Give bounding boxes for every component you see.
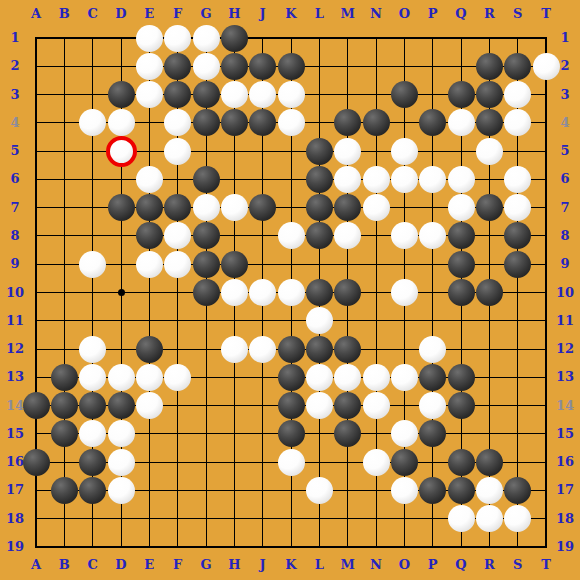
row-label-left: 1 xyxy=(3,31,27,45)
white-stone[interactable] xyxy=(164,25,191,52)
white-stone[interactable] xyxy=(136,81,163,108)
black-stone[interactable] xyxy=(278,420,305,447)
column-label-bottom: N xyxy=(367,558,385,572)
black-stone[interactable] xyxy=(136,222,163,249)
white-stone[interactable] xyxy=(193,53,220,80)
black-stone[interactable] xyxy=(51,420,78,447)
white-stone[interactable] xyxy=(306,477,333,504)
column-label-bottom: M xyxy=(339,558,357,572)
white-stone[interactable] xyxy=(193,194,220,221)
white-stone[interactable] xyxy=(391,166,418,193)
white-stone[interactable] xyxy=(136,53,163,80)
row-label-left: 9 xyxy=(3,257,27,271)
black-stone[interactable] xyxy=(448,222,475,249)
column-label-top: P xyxy=(424,7,442,21)
black-stone[interactable] xyxy=(334,336,361,363)
white-stone[interactable] xyxy=(108,364,135,391)
black-stone[interactable] xyxy=(249,194,276,221)
white-stone[interactable] xyxy=(448,109,475,136)
white-stone[interactable] xyxy=(448,505,475,532)
black-stone[interactable] xyxy=(419,477,446,504)
last-move-marker xyxy=(106,136,137,167)
white-stone[interactable] xyxy=(108,477,135,504)
white-stone[interactable] xyxy=(136,364,163,391)
row-label-left: 11 xyxy=(3,314,27,328)
row-label-right: 9 xyxy=(553,257,577,271)
row-label-right: 4 xyxy=(553,116,577,130)
row-label-right: 5 xyxy=(553,144,577,158)
white-stone[interactable] xyxy=(476,138,503,165)
column-label-top: Q xyxy=(452,7,470,21)
white-stone[interactable] xyxy=(334,222,361,249)
white-stone[interactable] xyxy=(391,364,418,391)
row-label-left: 4 xyxy=(3,116,27,130)
white-stone[interactable] xyxy=(136,25,163,52)
column-label-top: M xyxy=(339,7,357,21)
row-label-left: 3 xyxy=(3,88,27,102)
black-stone[interactable] xyxy=(249,53,276,80)
column-label-bottom: D xyxy=(112,558,130,572)
black-stone[interactable] xyxy=(476,194,503,221)
black-stone[interactable] xyxy=(448,251,475,278)
black-stone[interactable] xyxy=(79,477,106,504)
column-label-top: G xyxy=(197,7,215,21)
row-label-right: 1 xyxy=(553,31,577,45)
column-label-bottom: J xyxy=(254,558,272,572)
black-stone[interactable] xyxy=(164,53,191,80)
black-stone[interactable] xyxy=(334,392,361,419)
row-label-right: 13 xyxy=(553,370,577,384)
black-stone[interactable] xyxy=(221,25,248,52)
black-stone[interactable] xyxy=(51,477,78,504)
row-label-right: 15 xyxy=(553,427,577,441)
white-stone[interactable] xyxy=(419,336,446,363)
white-stone[interactable] xyxy=(334,364,361,391)
black-stone[interactable] xyxy=(164,81,191,108)
black-stone[interactable] xyxy=(476,81,503,108)
black-stone[interactable] xyxy=(448,364,475,391)
black-stone[interactable] xyxy=(193,166,220,193)
row-label-right: 3 xyxy=(553,88,577,102)
white-stone[interactable] xyxy=(249,336,276,363)
row-label-right: 10 xyxy=(553,286,577,300)
black-stone[interactable] xyxy=(363,109,390,136)
black-stone[interactable] xyxy=(306,222,333,249)
row-label-right: 18 xyxy=(553,512,577,526)
white-stone[interactable] xyxy=(448,166,475,193)
row-label-left: 8 xyxy=(3,229,27,243)
row-label-right: 16 xyxy=(553,455,577,469)
row-label-left: 5 xyxy=(3,144,27,158)
column-label-bottom: H xyxy=(225,558,243,572)
white-stone[interactable] xyxy=(164,109,191,136)
white-stone[interactable] xyxy=(249,279,276,306)
white-stone[interactable] xyxy=(278,222,305,249)
white-stone[interactable] xyxy=(306,392,333,419)
white-stone[interactable] xyxy=(391,138,418,165)
white-stone[interactable] xyxy=(363,364,390,391)
white-stone[interactable] xyxy=(306,364,333,391)
white-stone[interactable] xyxy=(391,279,418,306)
column-label-bottom: B xyxy=(55,558,73,572)
white-stone[interactable] xyxy=(504,81,531,108)
row-label-right: 7 xyxy=(553,201,577,215)
column-label-top: K xyxy=(282,7,300,21)
row-label-left: 12 xyxy=(3,342,27,356)
black-stone[interactable] xyxy=(306,194,333,221)
white-stone[interactable] xyxy=(164,364,191,391)
column-label-top: R xyxy=(480,7,498,21)
column-label-bottom: A xyxy=(27,558,45,572)
column-label-top: F xyxy=(169,7,187,21)
column-label-top: E xyxy=(140,7,158,21)
black-stone[interactable] xyxy=(419,109,446,136)
white-stone[interactable] xyxy=(108,109,135,136)
white-stone[interactable] xyxy=(334,138,361,165)
row-label-right: 19 xyxy=(553,540,577,554)
white-stone[interactable] xyxy=(476,505,503,532)
column-label-bottom: F xyxy=(169,558,187,572)
grid-line-horizontal xyxy=(35,37,547,39)
white-stone[interactable] xyxy=(278,279,305,306)
black-stone[interactable] xyxy=(334,109,361,136)
black-stone[interactable] xyxy=(278,392,305,419)
black-stone[interactable] xyxy=(504,251,531,278)
black-stone[interactable] xyxy=(23,392,50,419)
black-stone[interactable] xyxy=(334,194,361,221)
column-label-top: J xyxy=(254,7,272,21)
white-stone[interactable] xyxy=(108,449,135,476)
black-stone[interactable] xyxy=(334,279,361,306)
white-stone[interactable] xyxy=(363,166,390,193)
white-stone[interactable] xyxy=(363,194,390,221)
black-stone[interactable] xyxy=(23,449,50,476)
column-label-top: T xyxy=(537,7,555,21)
black-stone[interactable] xyxy=(504,222,531,249)
row-label-left: 6 xyxy=(3,172,27,186)
white-stone[interactable] xyxy=(249,81,276,108)
black-stone[interactable] xyxy=(278,336,305,363)
column-label-bottom: P xyxy=(424,558,442,572)
black-stone[interactable] xyxy=(193,279,220,306)
white-stone[interactable] xyxy=(278,81,305,108)
column-label-top: B xyxy=(55,7,73,21)
white-stone[interactable] xyxy=(504,194,531,221)
black-stone[interactable] xyxy=(221,109,248,136)
black-stone[interactable] xyxy=(448,279,475,306)
white-stone[interactable] xyxy=(504,505,531,532)
black-stone[interactable] xyxy=(448,449,475,476)
black-stone[interactable] xyxy=(193,109,220,136)
black-stone[interactable] xyxy=(193,222,220,249)
row-label-right: 6 xyxy=(553,172,577,186)
white-stone[interactable] xyxy=(419,166,446,193)
white-stone[interactable] xyxy=(164,251,191,278)
white-stone[interactable] xyxy=(306,307,333,334)
row-label-right: 11 xyxy=(553,314,577,328)
column-label-top: S xyxy=(509,7,527,21)
black-stone[interactable] xyxy=(306,138,333,165)
black-stone[interactable] xyxy=(136,336,163,363)
black-stone[interactable] xyxy=(391,81,418,108)
star-point xyxy=(118,289,125,296)
column-label-top: H xyxy=(225,7,243,21)
black-stone[interactable] xyxy=(108,81,135,108)
black-stone[interactable] xyxy=(306,279,333,306)
white-stone[interactable] xyxy=(193,25,220,52)
black-stone[interactable] xyxy=(79,392,106,419)
white-stone[interactable] xyxy=(363,392,390,419)
column-label-bottom: S xyxy=(509,558,527,572)
black-stone[interactable] xyxy=(108,194,135,221)
column-label-bottom: T xyxy=(537,558,555,572)
white-stone[interactable] xyxy=(419,222,446,249)
black-stone[interactable] xyxy=(51,392,78,419)
grid-line-horizontal xyxy=(35,546,547,548)
grid-line-horizontal xyxy=(35,320,547,321)
white-stone[interactable] xyxy=(391,420,418,447)
white-stone[interactable] xyxy=(334,166,361,193)
black-stone[interactable] xyxy=(136,194,163,221)
white-stone[interactable] xyxy=(391,477,418,504)
black-stone[interactable] xyxy=(476,449,503,476)
column-label-top: A xyxy=(27,7,45,21)
row-label-left: 17 xyxy=(3,483,27,497)
white-stone[interactable] xyxy=(533,53,560,80)
column-label-top: N xyxy=(367,7,385,21)
row-label-left: 18 xyxy=(3,512,27,526)
white-stone[interactable] xyxy=(504,109,531,136)
white-stone[interactable] xyxy=(136,166,163,193)
black-stone[interactable] xyxy=(448,477,475,504)
column-label-bottom: O xyxy=(395,558,413,572)
black-stone[interactable] xyxy=(51,364,78,391)
white-stone[interactable] xyxy=(164,138,191,165)
white-stone[interactable] xyxy=(504,166,531,193)
black-stone[interactable] xyxy=(419,420,446,447)
white-stone[interactable] xyxy=(108,420,135,447)
black-stone[interactable] xyxy=(278,53,305,80)
white-stone[interactable] xyxy=(79,251,106,278)
row-label-right: 17 xyxy=(553,483,577,497)
black-stone[interactable] xyxy=(504,477,531,504)
black-stone[interactable] xyxy=(164,194,191,221)
column-label-bottom: C xyxy=(84,558,102,572)
row-label-left: 2 xyxy=(3,59,27,73)
white-stone[interactable] xyxy=(79,364,106,391)
row-label-left: 10 xyxy=(3,286,27,300)
white-stone[interactable] xyxy=(79,420,106,447)
column-label-top: C xyxy=(84,7,102,21)
column-label-bottom: Q xyxy=(452,558,470,572)
black-stone[interactable] xyxy=(306,166,333,193)
column-label-bottom: L xyxy=(310,558,328,572)
black-stone[interactable] xyxy=(278,364,305,391)
column-label-bottom: G xyxy=(197,558,215,572)
row-label-left: 13 xyxy=(3,370,27,384)
black-stone[interactable] xyxy=(504,53,531,80)
black-stone[interactable] xyxy=(448,81,475,108)
white-stone[interactable] xyxy=(79,336,106,363)
black-stone[interactable] xyxy=(221,53,248,80)
white-stone[interactable] xyxy=(221,194,248,221)
black-stone[interactable] xyxy=(108,392,135,419)
row-label-right: 8 xyxy=(553,229,577,243)
black-stone[interactable] xyxy=(476,279,503,306)
black-stone[interactable] xyxy=(79,449,106,476)
black-stone[interactable] xyxy=(419,364,446,391)
column-label-top: D xyxy=(112,7,130,21)
column-label-bottom: R xyxy=(480,558,498,572)
black-stone[interactable] xyxy=(391,449,418,476)
white-stone[interactable] xyxy=(278,109,305,136)
white-stone[interactable] xyxy=(278,449,305,476)
row-label-right: 14 xyxy=(553,399,577,413)
white-stone[interactable] xyxy=(448,194,475,221)
column-label-bottom: E xyxy=(140,558,158,572)
row-label-left: 7 xyxy=(3,201,27,215)
black-stone[interactable] xyxy=(476,109,503,136)
white-stone[interactable] xyxy=(221,336,248,363)
row-label-left: 19 xyxy=(3,540,27,554)
black-stone[interactable] xyxy=(448,392,475,419)
black-stone[interactable] xyxy=(193,81,220,108)
column-label-top: L xyxy=(310,7,328,21)
white-stone[interactable] xyxy=(164,222,191,249)
white-stone[interactable] xyxy=(221,279,248,306)
black-stone[interactable] xyxy=(334,420,361,447)
column-label-top: O xyxy=(395,7,413,21)
row-label-right: 12 xyxy=(553,342,577,356)
go-board[interactable]: AABBCCDDEEFFGGHHJJKKLLMMNNOOPPQQRRSSTT11… xyxy=(0,0,580,580)
white-stone[interactable] xyxy=(363,449,390,476)
black-stone[interactable] xyxy=(221,251,248,278)
black-stone[interactable] xyxy=(193,251,220,278)
white-stone[interactable] xyxy=(79,109,106,136)
black-stone[interactable] xyxy=(476,53,503,80)
white-stone[interactable] xyxy=(476,477,503,504)
white-stone[interactable] xyxy=(419,392,446,419)
white-stone[interactable] xyxy=(136,251,163,278)
row-label-left: 15 xyxy=(3,427,27,441)
white-stone[interactable] xyxy=(136,392,163,419)
white-stone[interactable] xyxy=(391,222,418,249)
black-stone[interactable] xyxy=(306,336,333,363)
column-label-bottom: K xyxy=(282,558,300,572)
black-stone[interactable] xyxy=(249,109,276,136)
white-stone[interactable] xyxy=(221,81,248,108)
